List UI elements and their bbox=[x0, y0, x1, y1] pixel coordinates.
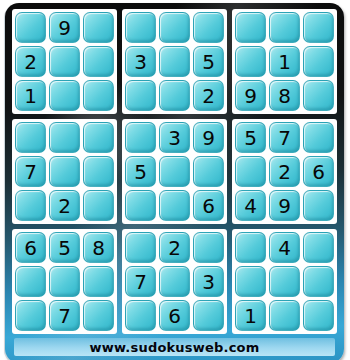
cell-r9c9[interactable] bbox=[303, 300, 334, 331]
block-7: 6587 bbox=[12, 229, 117, 334]
site-url[interactable]: www.sudokusweb.com bbox=[90, 340, 260, 355]
cell-r8c9[interactable] bbox=[303, 266, 334, 297]
block-4: 72 bbox=[12, 119, 117, 224]
cell-r1c9[interactable] bbox=[303, 12, 334, 43]
cell-r9c6[interactable] bbox=[193, 300, 224, 331]
cell-r6c1[interactable] bbox=[15, 190, 46, 221]
block-8: 2736 bbox=[122, 229, 227, 334]
cell-r2c2[interactable] bbox=[49, 46, 80, 77]
cell-r7c7[interactable] bbox=[235, 232, 266, 263]
cell-r8c1[interactable] bbox=[15, 266, 46, 297]
cell-r1c1[interactable] bbox=[15, 12, 46, 43]
cell-r1c5[interactable] bbox=[159, 12, 190, 43]
cell-r5c1[interactable]: 7 bbox=[15, 156, 46, 187]
cell-r8c7[interactable] bbox=[235, 266, 266, 297]
cell-r2c5[interactable] bbox=[159, 46, 190, 77]
cell-r9c3[interactable] bbox=[83, 300, 114, 331]
cell-r1c8[interactable] bbox=[269, 12, 300, 43]
sudoku-board: 921 352 198 72 3956 572649 6587 2736 41 … bbox=[5, 3, 344, 360]
cell-r8c5[interactable] bbox=[159, 266, 190, 297]
cell-r9c7[interactable]: 1 bbox=[235, 300, 266, 331]
cell-r6c6[interactable]: 6 bbox=[193, 190, 224, 221]
cell-r8c6[interactable]: 3 bbox=[193, 266, 224, 297]
cell-r4c5[interactable]: 3 bbox=[159, 122, 190, 153]
block-5: 3956 bbox=[122, 119, 227, 224]
cell-r5c2[interactable] bbox=[49, 156, 80, 187]
sudoku-grid: 921 352 198 72 3956 572649 6587 2736 41 bbox=[11, 9, 338, 334]
cell-r7c3[interactable]: 8 bbox=[83, 232, 114, 263]
cell-r2c8[interactable]: 1 bbox=[269, 46, 300, 77]
cell-r4c6[interactable]: 9 bbox=[193, 122, 224, 153]
cell-r5c8[interactable]: 2 bbox=[269, 156, 300, 187]
cell-r5c4[interactable]: 5 bbox=[125, 156, 156, 187]
cell-r7c6[interactable] bbox=[193, 232, 224, 263]
block-9: 41 bbox=[232, 229, 337, 334]
cell-r7c2[interactable]: 5 bbox=[49, 232, 80, 263]
cell-r4c2[interactable] bbox=[49, 122, 80, 153]
cell-r5c9[interactable]: 6 bbox=[303, 156, 334, 187]
footer-strip: www.sudokusweb.com bbox=[14, 338, 335, 356]
cell-r6c3[interactable] bbox=[83, 190, 114, 221]
cell-r1c7[interactable] bbox=[235, 12, 266, 43]
cell-r8c8[interactable] bbox=[269, 266, 300, 297]
cell-r3c1[interactable]: 1 bbox=[15, 80, 46, 111]
cell-r6c4[interactable] bbox=[125, 190, 156, 221]
cell-r8c2[interactable] bbox=[49, 266, 80, 297]
cell-r5c3[interactable] bbox=[83, 156, 114, 187]
block-6: 572649 bbox=[232, 119, 337, 224]
block-2: 352 bbox=[122, 9, 227, 114]
cell-r4c4[interactable] bbox=[125, 122, 156, 153]
cell-r3c5[interactable] bbox=[159, 80, 190, 111]
cell-r6c9[interactable] bbox=[303, 190, 334, 221]
cell-r6c7[interactable]: 4 bbox=[235, 190, 266, 221]
cell-r1c6[interactable] bbox=[193, 12, 224, 43]
cell-r4c9[interactable] bbox=[303, 122, 334, 153]
cell-r4c3[interactable] bbox=[83, 122, 114, 153]
cell-r3c8[interactable]: 8 bbox=[269, 80, 300, 111]
cell-r2c4[interactable]: 3 bbox=[125, 46, 156, 77]
cell-r3c9[interactable] bbox=[303, 80, 334, 111]
cell-r5c6[interactable] bbox=[193, 156, 224, 187]
cell-r1c2[interactable]: 9 bbox=[49, 12, 80, 43]
cell-r8c4[interactable]: 7 bbox=[125, 266, 156, 297]
cell-r1c3[interactable] bbox=[83, 12, 114, 43]
cell-r8c3[interactable] bbox=[83, 266, 114, 297]
cell-r9c2[interactable]: 7 bbox=[49, 300, 80, 331]
cell-r4c7[interactable]: 5 bbox=[235, 122, 266, 153]
cell-r2c7[interactable] bbox=[235, 46, 266, 77]
cell-r5c5[interactable] bbox=[159, 156, 190, 187]
cell-r7c9[interactable] bbox=[303, 232, 334, 263]
cell-r3c3[interactable] bbox=[83, 80, 114, 111]
cell-r3c2[interactable] bbox=[49, 80, 80, 111]
cell-r6c8[interactable]: 9 bbox=[269, 190, 300, 221]
cell-r6c5[interactable] bbox=[159, 190, 190, 221]
cell-r3c6[interactable]: 2 bbox=[193, 80, 224, 111]
block-1: 921 bbox=[12, 9, 117, 114]
block-3: 198 bbox=[232, 9, 337, 114]
cell-r3c4[interactable] bbox=[125, 80, 156, 111]
cell-r4c1[interactable] bbox=[15, 122, 46, 153]
cell-r7c8[interactable]: 4 bbox=[269, 232, 300, 263]
cell-r9c5[interactable]: 6 bbox=[159, 300, 190, 331]
cell-r6c2[interactable]: 2 bbox=[49, 190, 80, 221]
cell-r7c5[interactable]: 2 bbox=[159, 232, 190, 263]
cell-r1c4[interactable] bbox=[125, 12, 156, 43]
cell-r4c8[interactable]: 7 bbox=[269, 122, 300, 153]
cell-r9c1[interactable] bbox=[15, 300, 46, 331]
cell-r2c9[interactable] bbox=[303, 46, 334, 77]
cell-r9c4[interactable] bbox=[125, 300, 156, 331]
cell-r2c6[interactable]: 5 bbox=[193, 46, 224, 77]
cell-r7c4[interactable] bbox=[125, 232, 156, 263]
cell-r3c7[interactable]: 9 bbox=[235, 80, 266, 111]
cell-r2c1[interactable]: 2 bbox=[15, 46, 46, 77]
cell-r7c1[interactable]: 6 bbox=[15, 232, 46, 263]
cell-r9c8[interactable] bbox=[269, 300, 300, 331]
cell-r2c3[interactable] bbox=[83, 46, 114, 77]
cell-r5c7[interactable] bbox=[235, 156, 266, 187]
